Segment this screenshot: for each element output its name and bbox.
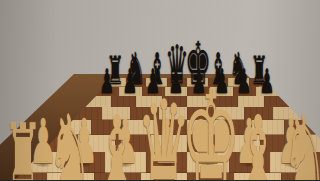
piece-cell-g5: [244, 107, 273, 120]
piece-cell-g3: [260, 135, 296, 153]
piece-cell-b1: ♞: [47, 173, 94, 181]
piece-cell-d2: ♟: [146, 152, 187, 173]
piece-cell-f3: [224, 135, 260, 153]
piece-cell-e4: [187, 120, 219, 135]
piece-cell-g4: [252, 120, 284, 135]
piece-cell-e6: [187, 96, 213, 107]
piece-cell-c1: ♝: [94, 173, 141, 181]
piece-row-rank2: ♟♟♟♟♟♟♟♟: [22, 152, 320, 173]
piece-cell-g2: ♟: [270, 152, 311, 173]
piece-cell-g7: ♟: [233, 87, 256, 97]
piece-cell-h4: [284, 120, 316, 135]
piece-cell-c5: [130, 107, 159, 120]
piece-cell-c3: [115, 135, 151, 153]
screenshot-root: ♜♞♝♛♚♝♞♜♟♟♟♟♟♟♟♟♟♟♟♟♟♟♟♟♜♞♝♛♚♝♞♜: [0, 0, 320, 180]
piece-cell-g1: ♞: [281, 173, 320, 181]
piece-cell-h2: ♟: [311, 152, 320, 173]
piece-cell-g8: ♞: [228, 78, 249, 87]
piece-cell-c7: ♟: [142, 87, 165, 97]
piece-cell-e2: ♟: [187, 152, 228, 173]
piece-cell-b5: [102, 107, 131, 120]
piece-cell-h5: [273, 107, 302, 120]
piece-cell-f2: ♟: [229, 152, 270, 173]
piece-cell-f5: [216, 107, 245, 120]
piece-cell-c4: [123, 120, 155, 135]
piece-cell-f7: ♟: [210, 87, 233, 97]
piece-cell-e1: ♚: [187, 173, 234, 181]
piece-cell-d6: [162, 96, 188, 107]
piece-cell-a4: [59, 120, 91, 135]
piece-cell-d7: ♟: [165, 87, 188, 97]
piece-row-rank7: ♟♟♟♟♟♟♟♟: [96, 87, 279, 97]
piece-cell-h6: [264, 96, 290, 107]
piece-cell-f6: [213, 96, 239, 107]
piece-cell-d3: [151, 135, 187, 153]
piece-cell-b6: [111, 96, 137, 107]
piece-row-rank1: ♜♞♝♛♚♝♞♜: [0, 173, 320, 181]
piece-cell-e8: ♚: [187, 78, 208, 87]
piece-row-rank3: [42, 135, 320, 153]
piece-cell-f8: ♝: [208, 78, 229, 87]
piece-cell-a2: ♟: [22, 152, 63, 173]
piece-cell-b3: [78, 135, 114, 153]
piece-cell-b7: ♟: [119, 87, 142, 97]
piece-cell-h7: ♟: [256, 87, 279, 97]
piece-cell-g6: [238, 96, 264, 107]
piece-cell-e3: [187, 135, 223, 153]
piece-cell-a6: [85, 96, 111, 107]
piece-cell-f4: [220, 120, 252, 135]
piece-row-rank5: [73, 107, 301, 120]
piece-row-rank8: ♜♞♝♛♚♝♞♜: [105, 78, 269, 87]
piece-cell-c6: [136, 96, 162, 107]
piece-cell-b8: ♞: [126, 78, 147, 87]
piece-cell-a5: [73, 107, 102, 120]
piece-cell-a3: [42, 135, 78, 153]
piece-cell-a8: ♜: [105, 78, 126, 87]
piece-cell-d5: [159, 107, 188, 120]
piece-cell-d1: ♛: [141, 173, 188, 181]
piece-row-rank4: [59, 120, 316, 135]
chess-pieces-layer: ♜♞♝♛♚♝♞♜♟♟♟♟♟♟♟♟♟♟♟♟♟♟♟♟♜♞♝♛♚♝♞♜: [0, 78, 320, 180]
piece-cell-e7: ♟: [187, 87, 210, 97]
piece-row-rank6: [85, 96, 289, 107]
piece-cell-e5: [187, 107, 216, 120]
piece-cell-c2: ♟: [105, 152, 146, 173]
piece-cell-f1: ♝: [234, 173, 281, 181]
piece-cell-d4: [155, 120, 187, 135]
piece-cell-d8: ♛: [167, 78, 188, 87]
piece-cell-a7: ♟: [96, 87, 119, 97]
piece-cell-h3: [296, 135, 320, 153]
piece-cell-b4: [91, 120, 123, 135]
piece-cell-h8: ♜: [249, 78, 270, 87]
piece-cell-a1: ♜: [0, 173, 47, 181]
piece-cell-b2: ♟: [64, 152, 105, 173]
piece-cell-c8: ♝: [146, 78, 167, 87]
